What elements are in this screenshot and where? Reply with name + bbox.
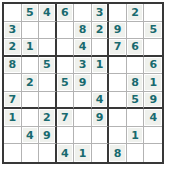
cell-r3c9[interactable]	[144, 39, 162, 57]
cell-r7c3[interactable]: 2	[39, 109, 57, 127]
cell-r7c4[interactable]: 7	[57, 109, 75, 127]
cell-r5c8[interactable]: 8	[127, 74, 145, 92]
cell-r3c3[interactable]	[39, 39, 57, 57]
cell-r3c6[interactable]	[92, 39, 110, 57]
cell-r9c7[interactable]: 8	[109, 144, 127, 162]
cell-r9c3[interactable]	[39, 144, 57, 162]
cell-r4c4[interactable]	[57, 57, 75, 75]
cell-r6c1[interactable]: 7	[4, 92, 22, 110]
cell-r1c9[interactable]	[144, 4, 162, 22]
cell-r8c9[interactable]	[144, 127, 162, 145]
cell-r7c7[interactable]	[109, 109, 127, 127]
cell-r6c7[interactable]	[109, 92, 127, 110]
cell-r8c2[interactable]: 4	[22, 127, 40, 145]
sudoku-board: 5463238295214768531625981745912794491418	[2, 2, 164, 164]
cell-r9c5[interactable]: 1	[74, 144, 92, 162]
cell-r7c9[interactable]: 4	[144, 109, 162, 127]
cell-r1c6[interactable]: 3	[92, 4, 110, 22]
cell-r2c1[interactable]: 3	[4, 22, 22, 40]
cell-r2c3[interactable]	[39, 22, 57, 40]
cell-r4c3[interactable]: 5	[39, 57, 57, 75]
cell-r9c4[interactable]: 4	[57, 144, 75, 162]
cell-r4c9[interactable]: 6	[144, 57, 162, 75]
cell-r9c6[interactable]	[92, 144, 110, 162]
cell-r6c8[interactable]: 5	[127, 92, 145, 110]
cell-r8c1[interactable]	[4, 127, 22, 145]
cell-r9c1[interactable]	[4, 144, 22, 162]
cell-r5c2[interactable]: 2	[22, 74, 40, 92]
cell-r3c4[interactable]	[57, 39, 75, 57]
cell-r7c2[interactable]	[22, 109, 40, 127]
cell-r3c2[interactable]: 1	[22, 39, 40, 57]
cell-r5c1[interactable]	[4, 74, 22, 92]
cell-r2c9[interactable]: 5	[144, 22, 162, 40]
cell-r5c7[interactable]	[109, 74, 127, 92]
cell-r7c6[interactable]: 9	[92, 109, 110, 127]
cell-r8c5[interactable]	[74, 127, 92, 145]
cell-r1c2[interactable]: 5	[22, 4, 40, 22]
cell-r2c6[interactable]: 2	[92, 22, 110, 40]
cell-r4c8[interactable]	[127, 57, 145, 75]
cell-r4c1[interactable]: 8	[4, 57, 22, 75]
cell-r2c8[interactable]	[127, 22, 145, 40]
cell-r5c6[interactable]	[92, 74, 110, 92]
cell-r5c4[interactable]: 5	[57, 74, 75, 92]
cell-r6c2[interactable]	[22, 92, 40, 110]
cell-r6c4[interactable]	[57, 92, 75, 110]
cell-r8c7[interactable]	[109, 127, 127, 145]
cell-r9c2[interactable]	[22, 144, 40, 162]
cell-r1c8[interactable]: 2	[127, 4, 145, 22]
cell-r8c3[interactable]: 9	[39, 127, 57, 145]
cell-r4c5[interactable]: 3	[74, 57, 92, 75]
cell-r6c6[interactable]: 4	[92, 92, 110, 110]
cell-r5c3[interactable]	[39, 74, 57, 92]
cell-r5c9[interactable]: 1	[144, 74, 162, 92]
cell-r2c5[interactable]: 8	[74, 22, 92, 40]
cell-r8c6[interactable]	[92, 127, 110, 145]
cell-r4c6[interactable]: 1	[92, 57, 110, 75]
cell-r3c8[interactable]: 6	[127, 39, 145, 57]
cell-r7c5[interactable]	[74, 109, 92, 127]
cell-r2c2[interactable]	[22, 22, 40, 40]
cell-r1c5[interactable]	[74, 4, 92, 22]
cell-r8c4[interactable]	[57, 127, 75, 145]
cell-r4c7[interactable]	[109, 57, 127, 75]
cell-r2c4[interactable]	[57, 22, 75, 40]
cell-r1c7[interactable]	[109, 4, 127, 22]
cell-r9c9[interactable]	[144, 144, 162, 162]
cell-r6c5[interactable]	[74, 92, 92, 110]
cell-r1c4[interactable]: 6	[57, 4, 75, 22]
cell-r3c5[interactable]: 4	[74, 39, 92, 57]
cell-r1c1[interactable]	[4, 4, 22, 22]
cell-r7c8[interactable]	[127, 109, 145, 127]
cell-r3c1[interactable]: 2	[4, 39, 22, 57]
cell-r2c7[interactable]: 9	[109, 22, 127, 40]
cell-r4c2[interactable]	[22, 57, 40, 75]
cell-r7c1[interactable]: 1	[4, 109, 22, 127]
cell-r6c3[interactable]	[39, 92, 57, 110]
cell-r8c8[interactable]: 1	[127, 127, 145, 145]
cell-r1c3[interactable]: 4	[39, 4, 57, 22]
cell-r6c9[interactable]: 9	[144, 92, 162, 110]
cell-r5c5[interactable]: 9	[74, 74, 92, 92]
cell-r9c8[interactable]	[127, 144, 145, 162]
cell-r3c7[interactable]: 7	[109, 39, 127, 57]
